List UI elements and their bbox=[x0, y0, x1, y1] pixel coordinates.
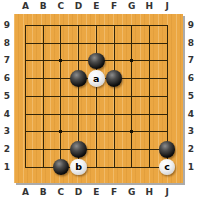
go-board bbox=[14, 14, 183, 183]
coord-label-top-G: G bbox=[126, 1, 138, 12]
coord-label-top-A: A bbox=[20, 1, 32, 12]
stone-white-E6-option-a[interactable]: a bbox=[88, 70, 105, 87]
coord-label-right-1: 1 bbox=[185, 162, 197, 173]
coord-label-right-8: 8 bbox=[185, 38, 197, 49]
stone-black-E7 bbox=[88, 53, 105, 70]
grid-line-horizontal-1 bbox=[25, 167, 168, 168]
stone-black-F6 bbox=[106, 70, 123, 87]
coord-label-left-7: 7 bbox=[1, 55, 13, 66]
star-point-C3 bbox=[59, 130, 62, 133]
grid-line-horizontal-5 bbox=[25, 96, 168, 97]
coord-label-left-4: 4 bbox=[1, 109, 13, 120]
stone-label: b bbox=[75, 162, 82, 172]
coord-label-bottom-F: F bbox=[108, 187, 120, 198]
coord-label-right-3: 3 bbox=[185, 126, 197, 137]
star-point-G7 bbox=[130, 59, 133, 62]
coord-label-top-C: C bbox=[55, 1, 67, 12]
coord-label-bottom-D: D bbox=[73, 187, 85, 198]
stone-label: c bbox=[164, 162, 170, 172]
coord-label-bottom-E: E bbox=[90, 187, 102, 198]
star-point-G3 bbox=[130, 130, 133, 133]
grid-line-horizontal-4 bbox=[25, 114, 168, 115]
stone-label: a bbox=[93, 74, 99, 84]
coord-label-left-1: 1 bbox=[1, 162, 13, 173]
coord-label-left-9: 9 bbox=[1, 20, 13, 31]
coord-label-left-6: 6 bbox=[1, 73, 13, 84]
coord-label-bottom-H: H bbox=[143, 187, 155, 198]
grid-line-horizontal-8 bbox=[25, 43, 168, 44]
coord-label-top-J: J bbox=[161, 1, 173, 12]
grid-line-horizontal-9 bbox=[25, 25, 168, 26]
coord-label-right-7: 7 bbox=[185, 55, 197, 66]
coord-label-bottom-G: G bbox=[126, 187, 138, 198]
coord-label-left-3: 3 bbox=[1, 126, 13, 137]
coord-label-top-D: D bbox=[73, 1, 85, 12]
coord-label-bottom-B: B bbox=[37, 187, 49, 198]
coord-label-top-E: E bbox=[90, 1, 102, 12]
coord-label-right-5: 5 bbox=[185, 91, 197, 102]
grid-line-horizontal-3 bbox=[25, 131, 168, 132]
coord-label-right-4: 4 bbox=[185, 109, 197, 120]
go-diagram: AABBCCDDEEFFGGHHJJ998877665544332211abc bbox=[0, 0, 200, 200]
coord-label-bottom-J: J bbox=[161, 187, 173, 198]
stone-white-D1-option-b[interactable]: b bbox=[70, 159, 87, 176]
grid-line-horizontal-2 bbox=[25, 149, 168, 150]
star-point-C7 bbox=[59, 59, 62, 62]
coord-label-bottom-C: C bbox=[55, 187, 67, 198]
coord-label-left-8: 8 bbox=[1, 38, 13, 49]
stone-black-D2 bbox=[70, 141, 87, 158]
stone-black-J2 bbox=[159, 141, 176, 158]
stone-black-D6 bbox=[70, 70, 87, 87]
coord-label-top-F: F bbox=[108, 1, 120, 12]
coord-label-top-B: B bbox=[37, 1, 49, 12]
coord-label-top-H: H bbox=[143, 1, 155, 12]
coord-label-bottom-A: A bbox=[20, 187, 32, 198]
coord-label-right-6: 6 bbox=[185, 73, 197, 84]
coord-label-right-2: 2 bbox=[185, 144, 197, 155]
coord-label-right-9: 9 bbox=[185, 20, 197, 31]
coord-label-left-5: 5 bbox=[1, 91, 13, 102]
coord-label-left-2: 2 bbox=[1, 144, 13, 155]
